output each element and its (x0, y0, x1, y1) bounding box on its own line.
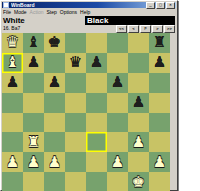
square-c1[interactable] (44, 172, 65, 191)
square-a6[interactable]: ♟ (2, 73, 23, 93)
square-e7[interactable]: ♟ (86, 53, 107, 73)
white-bishop: ♝ (6, 55, 19, 70)
square-b5[interactable] (23, 93, 44, 113)
square-g1[interactable]: ♚ (128, 172, 149, 191)
white-rook: ♜ (27, 135, 40, 150)
black-pawn: ♟ (27, 55, 40, 70)
forward-button[interactable]: > (152, 25, 163, 33)
white-pawn: ♟ (6, 155, 19, 170)
square-h3[interactable] (149, 132, 170, 152)
white-queen: ♛ (6, 35, 19, 50)
square-a8[interactable]: ♛ (2, 33, 23, 53)
back-button[interactable]: < (128, 25, 139, 33)
square-g6[interactable] (128, 73, 149, 93)
close-button[interactable]: × (166, 2, 175, 9)
white-pawn: ♟ (48, 155, 61, 170)
square-f8[interactable] (107, 33, 128, 53)
white-pawn: ♟ (111, 155, 124, 170)
black-rook: ♜ (153, 35, 166, 50)
pause-button[interactable]: P (140, 25, 151, 33)
square-f5[interactable] (107, 93, 128, 113)
square-e5[interactable] (86, 93, 107, 113)
game-navigation-bar: <<<P>>> (116, 25, 175, 33)
square-f3[interactable] (107, 132, 128, 152)
square-a2[interactable]: ♟ (2, 152, 23, 172)
menu-item-step[interactable]: Step (46, 10, 56, 15)
winboard-app-icon (3, 2, 9, 8)
square-g7[interactable] (128, 53, 149, 73)
black-bishop: ♝ (27, 35, 40, 50)
menu-item-action: Action (30, 10, 44, 15)
square-e6[interactable] (86, 73, 107, 93)
square-h2[interactable]: ♟ (149, 152, 170, 172)
square-c4[interactable] (44, 113, 65, 133)
square-b2[interactable]: ♟ (23, 152, 44, 172)
square-f6[interactable]: ♟ (107, 73, 128, 93)
black-pawn: ♟ (153, 55, 166, 70)
maximize-button[interactable]: □ (156, 2, 165, 9)
square-f2[interactable]: ♟ (107, 152, 128, 172)
square-h1[interactable] (149, 172, 170, 191)
window-title: WinBoard (11, 2, 146, 8)
square-g4[interactable] (128, 113, 149, 133)
window-controls: _ □ × (146, 2, 175, 9)
square-d6[interactable] (65, 73, 86, 93)
square-g8[interactable] (128, 33, 149, 53)
white-pawn: ♟ (153, 155, 166, 170)
menu-item-help[interactable]: Help (80, 10, 90, 15)
square-a4[interactable] (2, 113, 23, 133)
black-king: ♚ (48, 35, 61, 50)
square-f7[interactable] (107, 53, 128, 73)
message-row: 16. Ba7 <<<P>>> (1, 25, 177, 33)
square-d1[interactable] (65, 172, 86, 191)
square-g3[interactable]: ♟ (128, 132, 149, 152)
square-a3[interactable] (2, 132, 23, 152)
black-clock-active[interactable]: Black (85, 16, 175, 25)
square-b4[interactable] (23, 113, 44, 133)
menu-item-file[interactable]: File (3, 10, 11, 15)
square-e3[interactable] (86, 132, 107, 152)
black-pawn: ♟ (132, 95, 145, 110)
black-queen: ♛ (69, 55, 82, 70)
square-h5[interactable] (149, 93, 170, 113)
to-end-button[interactable]: >> (164, 25, 175, 33)
white-king: ♚ (132, 175, 145, 190)
black-pawn: ♟ (90, 55, 103, 70)
square-b8[interactable]: ♝ (23, 33, 44, 53)
winboard-window: WinBoard _ □ × FileModeActionStepOptions… (0, 0, 178, 191)
square-h8[interactable]: ♜ (149, 33, 170, 53)
square-h7[interactable]: ♟ (149, 53, 170, 73)
menu-item-mode[interactable]: Mode (14, 10, 27, 15)
square-a7[interactable]: ♝ (2, 53, 23, 73)
minimize-button[interactable]: _ (146, 2, 155, 9)
square-b3[interactable]: ♜ (23, 132, 44, 152)
white-clock[interactable]: White (3, 16, 25, 25)
square-d3[interactable] (65, 132, 86, 152)
square-d5[interactable] (65, 93, 86, 113)
square-f4[interactable] (107, 113, 128, 133)
square-a5[interactable] (2, 93, 23, 113)
square-b1[interactable] (23, 172, 44, 191)
black-pawn: ♟ (111, 75, 124, 90)
clock-row: White Black (1, 16, 177, 25)
square-d4[interactable] (65, 113, 86, 133)
square-g5[interactable]: ♟ (128, 93, 149, 113)
square-c8[interactable]: ♚ (44, 33, 65, 53)
chess-board: ♛♝♚♜♝♟♛♟♟♟♟♟♟♜♟♟♟♟♟♟♚ (2, 33, 170, 191)
white-pawn: ♟ (27, 155, 40, 170)
square-h6[interactable] (149, 73, 170, 93)
square-b7[interactable]: ♟ (23, 53, 44, 73)
square-c2[interactable]: ♟ (44, 152, 65, 172)
square-b6[interactable] (23, 73, 44, 93)
square-c7[interactable] (44, 53, 65, 73)
square-c6[interactable]: ♟ (44, 73, 65, 93)
square-c5[interactable] (44, 93, 65, 113)
square-g2[interactable] (128, 152, 149, 172)
square-d8[interactable] (65, 33, 86, 53)
move-message: 16. Ba7 (3, 25, 20, 32)
to-start-button[interactable]: << (116, 25, 127, 33)
square-a1[interactable] (2, 172, 23, 191)
white-pawn: ♟ (132, 135, 145, 150)
square-e2[interactable] (86, 152, 107, 172)
menu-bar: FileModeActionStepOptionsHelp (1, 8, 177, 15)
square-c3[interactable] (44, 132, 65, 152)
menu-item-options[interactable]: Options (60, 10, 77, 15)
square-d7[interactable]: ♛ (65, 53, 86, 73)
black-pawn: ♟ (48, 75, 61, 90)
black-pawn: ♟ (6, 75, 19, 90)
square-d2[interactable] (65, 152, 86, 172)
square-e4[interactable] (86, 113, 107, 133)
square-e1[interactable] (86, 172, 107, 191)
square-h4[interactable] (149, 113, 170, 133)
square-f1[interactable] (107, 172, 128, 191)
title-bar[interactable]: WinBoard _ □ × (2, 2, 176, 8)
square-e8[interactable] (86, 33, 107, 53)
